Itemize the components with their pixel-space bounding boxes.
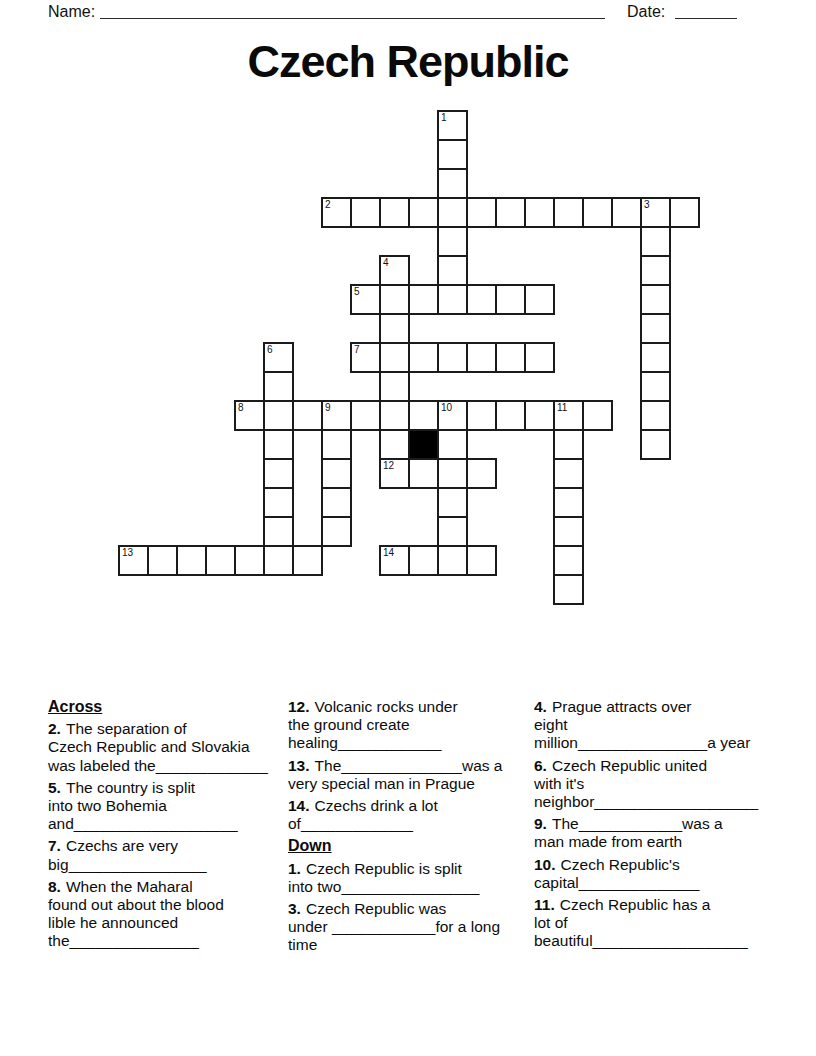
grid-cell[interactable] bbox=[495, 400, 526, 431]
crossword-grid: 1234567891011121314 bbox=[118, 110, 698, 603]
grid-cell[interactable] bbox=[379, 342, 410, 373]
down-header: Down bbox=[288, 837, 534, 855]
clue-number: 9. bbox=[534, 815, 547, 832]
grid-cell[interactable] bbox=[321, 487, 352, 518]
clue-text: When the Maharal found out about the blo… bbox=[48, 878, 224, 950]
grid-cell[interactable] bbox=[263, 545, 294, 576]
grid-cell[interactable] bbox=[350, 400, 381, 431]
clue-text: Czech Republic's capital______________ bbox=[534, 856, 700, 891]
grid-cell[interactable] bbox=[553, 458, 584, 489]
grid-cell[interactable] bbox=[263, 458, 294, 489]
grid-cell[interactable]: 12 bbox=[379, 458, 410, 489]
clue-11: 11.Czech Republic has a lot of beautiful… bbox=[534, 896, 774, 951]
across-header: Across bbox=[48, 698, 288, 716]
grid-cell[interactable] bbox=[408, 197, 439, 228]
clue-number: 11. bbox=[534, 896, 555, 913]
grid-cell[interactable] bbox=[495, 284, 526, 315]
grid-cell[interactable] bbox=[379, 197, 410, 228]
clue-7: 7.Czechs are very big________________ bbox=[48, 837, 288, 873]
grid-cell[interactable] bbox=[582, 400, 613, 431]
grid-cell[interactable] bbox=[379, 400, 410, 431]
grid-cell[interactable]: 4 bbox=[379, 255, 410, 286]
cell-number: 1 bbox=[441, 112, 447, 123]
clue-number: 5. bbox=[48, 779, 61, 796]
grid-cell[interactable] bbox=[640, 429, 671, 460]
grid-cell[interactable] bbox=[437, 545, 468, 576]
grid-cell[interactable] bbox=[553, 197, 584, 228]
grid-cell[interactable] bbox=[437, 168, 468, 199]
grid-cell[interactable] bbox=[466, 458, 497, 489]
grid-cell[interactable] bbox=[495, 342, 526, 373]
grid-cell[interactable]: 5 bbox=[350, 284, 381, 315]
worksheet-page: Name: Date: Czech Republic 1234567891011… bbox=[0, 0, 816, 1056]
cell-number: 14 bbox=[383, 547, 394, 558]
grid-cell[interactable] bbox=[524, 400, 555, 431]
clue-column-2: 12.Volcanic rocks under the ground creat… bbox=[288, 698, 534, 959]
grid-cell[interactable] bbox=[292, 545, 323, 576]
clue-text: Czech Republic was under ____________for… bbox=[288, 900, 500, 953]
grid-cell[interactable] bbox=[553, 545, 584, 576]
clue-number: 14. bbox=[288, 797, 310, 814]
grid-cell[interactable] bbox=[466, 284, 497, 315]
clue-number: 2. bbox=[48, 720, 61, 737]
clue-text: The country is split into two Bohemia an… bbox=[48, 779, 238, 832]
grid-cell[interactable] bbox=[640, 226, 671, 257]
grid-cell[interactable] bbox=[553, 487, 584, 518]
grid-cell[interactable] bbox=[263, 516, 294, 547]
grid-cell[interactable] bbox=[263, 400, 294, 431]
clue-6: 6.Czech Republic united with it's neighb… bbox=[534, 757, 774, 812]
clue-10: 10.Czech Republic's capital_____________… bbox=[534, 856, 774, 892]
clue-text: Czechs drink a lot of_____________ bbox=[288, 797, 438, 832]
grid-cell[interactable] bbox=[321, 429, 352, 460]
clue-3: 3.Czech Republic was under ____________f… bbox=[288, 900, 534, 955]
grid-cell[interactable] bbox=[379, 371, 410, 402]
clue-column-3: 4.Prague attracts over eight million____… bbox=[534, 698, 774, 955]
grid-cell[interactable] bbox=[524, 284, 555, 315]
grid-cell[interactable] bbox=[379, 429, 410, 460]
clue-text: Czechs are very big________________ bbox=[48, 837, 207, 872]
clue-text: Czech Republic united with it's neighbor… bbox=[534, 757, 758, 810]
clue-text: Czech Republic has a lot of beautiful___… bbox=[534, 896, 748, 949]
grid-cell[interactable] bbox=[321, 458, 352, 489]
name-blank-line bbox=[100, 1, 605, 19]
grid-cell[interactable] bbox=[263, 487, 294, 518]
grid-cell[interactable] bbox=[640, 371, 671, 402]
clue-9: 9.The____________was a man made from ear… bbox=[534, 815, 774, 851]
cell-number: 4 bbox=[383, 257, 389, 268]
grid-cell[interactable] bbox=[379, 313, 410, 344]
grid-cell[interactable]: 11 bbox=[553, 400, 584, 431]
clue-number: 7. bbox=[48, 837, 61, 854]
grid-cell[interactable]: 10 bbox=[437, 400, 468, 431]
cell-number: 3 bbox=[644, 199, 650, 210]
clue-number: 3. bbox=[288, 900, 301, 917]
grid-cell[interactable] bbox=[350, 197, 381, 228]
grid-cell[interactable] bbox=[437, 139, 468, 170]
grid-cell[interactable] bbox=[553, 574, 584, 605]
clue-12: 12.Volcanic rocks under the ground creat… bbox=[288, 698, 534, 753]
clue-number: 13. bbox=[288, 757, 310, 774]
grid-cell[interactable] bbox=[640, 342, 671, 373]
clue-text: The______________was a very special man … bbox=[288, 757, 502, 792]
black-cell bbox=[408, 429, 439, 460]
grid-cell[interactable] bbox=[321, 516, 352, 547]
grid-cell[interactable]: 6 bbox=[263, 342, 294, 373]
cell-number: 13 bbox=[122, 547, 133, 558]
clue-text: Prague attracts over eight million______… bbox=[534, 698, 750, 751]
grid-cell[interactable] bbox=[553, 429, 584, 460]
page-title: Czech Republic bbox=[0, 37, 816, 86]
grid-cell[interactable] bbox=[524, 342, 555, 373]
grid-cell[interactable] bbox=[495, 197, 526, 228]
grid-cell[interactable] bbox=[437, 284, 468, 315]
grid-cell[interactable] bbox=[176, 545, 207, 576]
grid-cell[interactable] bbox=[611, 197, 642, 228]
grid-cell[interactable] bbox=[524, 197, 555, 228]
clue-4: 4.Prague attracts over eight million____… bbox=[534, 698, 774, 753]
grid-cell[interactable] bbox=[466, 545, 497, 576]
grid-cell[interactable] bbox=[437, 516, 468, 547]
grid-cell[interactable] bbox=[437, 342, 468, 373]
grid-cell[interactable] bbox=[437, 226, 468, 257]
cell-number: 12 bbox=[383, 460, 394, 471]
cell-number: 8 bbox=[238, 402, 244, 413]
grid-cell[interactable] bbox=[640, 284, 671, 315]
grid-cell[interactable] bbox=[263, 429, 294, 460]
name-label: Name: bbox=[48, 3, 95, 21]
clue-text: The separation of Czech Republic and Slo… bbox=[48, 720, 268, 773]
grid-cell[interactable] bbox=[466, 400, 497, 431]
grid-cell[interactable] bbox=[147, 545, 178, 576]
grid-cell[interactable] bbox=[408, 400, 439, 431]
cell-number: 6 bbox=[267, 344, 273, 355]
date-label: Date: bbox=[627, 3, 665, 21]
clue-5: 5.The country is split into two Bohemia … bbox=[48, 779, 288, 834]
grid-cell[interactable] bbox=[205, 545, 236, 576]
grid-cell[interactable] bbox=[408, 458, 439, 489]
grid-cell[interactable] bbox=[234, 545, 265, 576]
grid-cell[interactable] bbox=[553, 516, 584, 547]
grid-cell[interactable]: 2 bbox=[321, 197, 352, 228]
clue-number: 4. bbox=[534, 698, 547, 715]
grid-cell[interactable] bbox=[466, 197, 497, 228]
grid-cell[interactable] bbox=[263, 371, 294, 402]
cell-number: 9 bbox=[325, 402, 331, 413]
date-blank-line bbox=[675, 1, 737, 19]
grid-cell[interactable]: 13 bbox=[118, 545, 149, 576]
clue-number: 8. bbox=[48, 878, 61, 895]
grid-cell[interactable] bbox=[437, 487, 468, 518]
cell-number: 7 bbox=[354, 344, 360, 355]
clue-14: 14.Czechs drink a lot of_____________ bbox=[288, 797, 534, 833]
clue-number: 12. bbox=[288, 698, 310, 715]
grid-cell[interactable] bbox=[640, 313, 671, 344]
grid-cell[interactable]: 14 bbox=[379, 545, 410, 576]
grid-cell[interactable] bbox=[466, 342, 497, 373]
clue-13: 13.The______________was a very special m… bbox=[288, 757, 534, 793]
clue-text: Czech Republic is split into two________… bbox=[288, 860, 479, 895]
grid-cell[interactable]: 1 bbox=[437, 110, 468, 141]
grid-cell[interactable]: 8 bbox=[234, 400, 265, 431]
cell-number: 5 bbox=[354, 286, 360, 297]
grid-cell[interactable] bbox=[640, 400, 671, 431]
grid-cell[interactable] bbox=[669, 197, 700, 228]
clue-2: 2.The separation of Czech Republic and S… bbox=[48, 720, 288, 775]
clue-number: 1. bbox=[288, 860, 301, 877]
clue-8: 8.When the Maharal found out about the b… bbox=[48, 878, 288, 951]
clue-number: 10. bbox=[534, 856, 556, 873]
grid-cell[interactable]: 7 bbox=[350, 342, 381, 373]
grid-cell[interactable] bbox=[408, 545, 439, 576]
grid-cell[interactable] bbox=[292, 400, 323, 431]
grid-cell[interactable] bbox=[408, 284, 439, 315]
grid-cell[interactable] bbox=[640, 255, 671, 286]
cell-number: 10 bbox=[441, 402, 452, 413]
grid-cell[interactable] bbox=[408, 342, 439, 373]
grid-cell[interactable]: 3 bbox=[640, 197, 671, 228]
clue-1: 1.Czech Republic is split into two______… bbox=[288, 860, 534, 896]
cell-number: 11 bbox=[557, 402, 567, 413]
grid-cell[interactable] bbox=[437, 255, 468, 286]
clue-text: Volcanic rocks under the ground create h… bbox=[288, 698, 458, 751]
grid-cell[interactable] bbox=[437, 429, 468, 460]
grid-cell[interactable] bbox=[582, 197, 613, 228]
clue-text: The____________was a man made from earth bbox=[534, 815, 723, 850]
grid-cell[interactable] bbox=[437, 458, 468, 489]
grid-cell[interactable]: 9 bbox=[321, 400, 352, 431]
clue-number: 6. bbox=[534, 757, 547, 774]
grid-cell[interactable] bbox=[437, 197, 468, 228]
clue-column-1: Across2.The separation of Czech Republic… bbox=[48, 698, 288, 955]
cell-number: 2 bbox=[325, 199, 331, 210]
grid-cell[interactable] bbox=[379, 284, 410, 315]
